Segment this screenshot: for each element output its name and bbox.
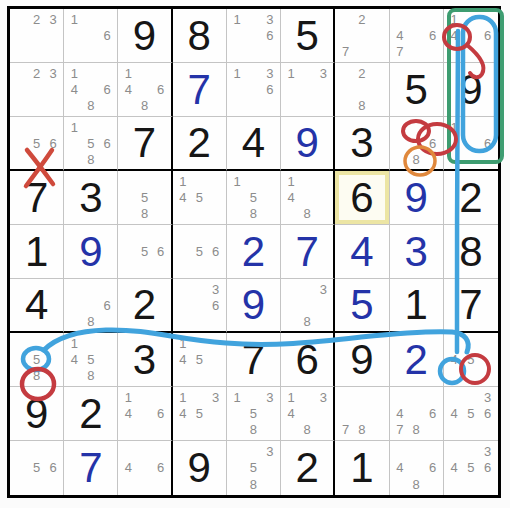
pencil-mark-slot <box>229 44 245 60</box>
pencil-mark-slot <box>207 405 223 421</box>
pencil-mark-slot <box>66 98 82 114</box>
pencil-mark-slot <box>175 313 191 329</box>
pencil-mark-slot <box>424 443 440 460</box>
pencil-mark-slot: 6 <box>99 297 115 313</box>
pencil-mark-slot <box>424 389 440 405</box>
pencil-mark-slot <box>191 297 207 313</box>
pencil-mark-slot <box>337 65 353 81</box>
pencil-mark-slot <box>12 98 28 114</box>
cell-r6c7[interactable]: 5 <box>335 279 389 333</box>
pencil-mark-slot <box>120 206 136 222</box>
pencil-mark-slot <box>191 368 207 384</box>
pencil-mark-slot: 8 <box>408 422 424 438</box>
cell-r3c2[interactable]: 1568 <box>64 117 118 171</box>
cell-r8c3[interactable]: 146 <box>118 387 172 441</box>
pencil-mark-slot <box>137 443 153 460</box>
pencil-mark-slot: 6 <box>99 135 115 151</box>
cell-r2c2[interactable]: 1468 <box>64 63 118 117</box>
cell-r1c2[interactable]: 16 <box>64 9 118 63</box>
pencil-mark-slot <box>463 11 480 27</box>
pencil-mark-slot <box>175 422 191 438</box>
pencil-mark-slot <box>207 189 223 205</box>
pencil-mark-slot <box>446 335 463 351</box>
pencil-mark-slot <box>175 260 191 276</box>
cell-r2c4[interactable]: 7 <box>173 63 227 117</box>
pencil-mark-slot <box>120 422 136 438</box>
pencil-mark-slot <box>229 98 245 114</box>
pencil-marks: 1358 <box>229 389 278 438</box>
cell-r4c6[interactable]: 148 <box>281 171 335 225</box>
pencil-mark-slot <box>262 98 278 114</box>
pencil-mark-slot <box>463 119 480 135</box>
given-digit: 3 <box>350 122 373 164</box>
given-digit: 2 <box>133 284 156 326</box>
pencil-mark-slot <box>137 81 153 97</box>
pencil-mark-slot <box>392 135 408 151</box>
pencil-mark-slot <box>479 351 496 367</box>
pencil-mark-slot <box>28 335 44 351</box>
cell-r9c9[interactable]: 3456 <box>444 441 498 495</box>
pencil-mark-slot <box>354 389 370 405</box>
pencil-mark-slot <box>354 44 370 60</box>
cell-r3c9[interactable]: 16 <box>444 117 498 171</box>
pencil-marks: 16 <box>66 11 115 60</box>
pencil-mark-slot <box>370 81 386 97</box>
pencil-mark-slot: 1 <box>120 65 136 81</box>
pencil-mark-slot <box>315 405 331 421</box>
cell-r3c7[interactable]: 3 <box>335 117 389 171</box>
pencil-marks: 68 <box>392 119 441 167</box>
pencil-mark-slot <box>66 313 82 329</box>
pencil-mark-slot: 6 <box>424 405 440 421</box>
cell-r3c5[interactable]: 4 <box>227 117 281 171</box>
pencil-mark-slot: 5 <box>463 351 480 367</box>
pencil-marks: 56 <box>12 119 61 167</box>
pencil-mark-slot <box>262 476 278 493</box>
cell-r4c4[interactable]: 145 <box>173 171 227 225</box>
pencil-mark-slot: 5 <box>463 405 480 421</box>
cell-r8c9[interactable]: 3456 <box>444 387 498 441</box>
pencil-mark-slot: 6 <box>424 135 440 151</box>
pencil-mark-slot <box>408 119 424 135</box>
cell-r2c3[interactable]: 1468 <box>118 63 172 117</box>
cell-r5c4[interactable]: 56 <box>173 225 227 279</box>
pencil-mark-slot <box>262 173 278 189</box>
pencil-mark-slot <box>229 81 245 97</box>
given-digit: 8 <box>459 231 482 273</box>
cell-r8c8[interactable]: 4678 <box>390 387 444 441</box>
pencil-mark-slot <box>153 443 169 460</box>
pencil-mark-slot <box>337 98 353 114</box>
pencil-mark-slot <box>354 81 370 97</box>
cell-r1c7[interactable]: 27 <box>335 9 389 63</box>
pencil-mark-slot <box>12 351 28 367</box>
cell-r6c3[interactable]: 2 <box>118 279 172 333</box>
pencil-mark-slot <box>424 11 440 27</box>
cell-r7c6[interactable]: 6 <box>281 333 335 387</box>
cell-r1c4[interactable]: 8 <box>173 9 227 63</box>
pencil-mark-slot <box>446 389 463 405</box>
pencil-mark-slot <box>12 460 28 477</box>
pencil-mark-slot <box>137 227 153 243</box>
pencil-mark-slot <box>120 173 136 189</box>
pencil-mark-slot <box>120 189 136 205</box>
pencil-mark-slot <box>392 119 408 135</box>
cell-r9c4[interactable]: 9 <box>173 441 227 495</box>
pencil-mark-slot <box>408 389 424 405</box>
cell-r1c1[interactable]: 23 <box>10 9 64 63</box>
pencil-mark-slot: 4 <box>175 351 191 367</box>
pencil-mark-slot <box>408 135 424 151</box>
cell-r4c9[interactable]: 2 <box>444 171 498 225</box>
pencil-mark-slot <box>12 65 28 81</box>
pencil-mark-slot: 5 <box>137 189 153 205</box>
pencil-mark-slot <box>283 206 299 222</box>
given-digit: 7 <box>133 122 156 164</box>
pencil-mark-slot <box>283 313 299 329</box>
pencil-mark-slot <box>299 98 315 114</box>
cell-r5c9[interactable]: 8 <box>444 225 498 279</box>
pencil-mark-slot <box>28 476 44 493</box>
cell-r7c3[interactable]: 3 <box>118 333 172 387</box>
pencil-mark-slot <box>370 422 386 438</box>
cell-r8c2[interactable]: 2 <box>64 387 118 441</box>
pencil-mark-slot <box>175 206 191 222</box>
cell-r3c1[interactable]: 56 <box>10 117 64 171</box>
cell-r6c6[interactable]: 38 <box>281 279 335 333</box>
pencil-mark-slot: 4 <box>175 189 191 205</box>
pencil-mark-slot <box>207 206 223 222</box>
pencil-mark-slot <box>315 206 331 222</box>
pencil-mark-slot <box>424 476 440 493</box>
pencil-mark-slot <box>120 98 136 114</box>
pencil-mark-slot: 4 <box>120 460 136 477</box>
given-digit: 7 <box>459 284 482 326</box>
pencil-mark-slot <box>83 27 99 43</box>
pencil-mark-slot <box>99 151 115 167</box>
pencil-mark-slot <box>245 44 261 60</box>
cell-r2c1[interactable]: 23 <box>10 63 64 117</box>
cell-r9c5[interactable]: 358 <box>227 441 281 495</box>
pencil-mark-slot <box>12 135 28 151</box>
given-digit: 2 <box>296 447 319 489</box>
pencil-mark-slot <box>175 368 191 384</box>
cell-r1c8[interactable]: 467 <box>390 9 444 63</box>
pencil-mark-slot: 1 <box>229 173 245 189</box>
cell-r4c2[interactable]: 3 <box>64 171 118 225</box>
pencil-mark-slot: 1 <box>66 65 82 81</box>
pencil-mark-slot <box>229 405 245 421</box>
pencil-mark-slot: 1 <box>66 335 82 351</box>
pencil-mark-slot <box>45 476 61 493</box>
pencil-mark-slot: 5 <box>28 135 44 151</box>
cell-r6c2[interactable]: 68 <box>64 279 118 333</box>
pencil-mark-slot <box>120 243 136 259</box>
pencil-mark-slot <box>283 297 299 313</box>
pencil-mark-slot <box>191 227 207 243</box>
cell-r5c8[interactable]: 3 <box>390 225 444 279</box>
cell-r8c4[interactable]: 1345 <box>173 387 227 441</box>
pencil-mark-slot: 8 <box>83 313 99 329</box>
pencil-mark-slot <box>120 260 136 276</box>
pencil-mark-slot: 1 <box>229 11 245 27</box>
cell-r4c8[interactable]: 9 <box>390 171 444 225</box>
pencil-mark-slot <box>83 281 99 297</box>
pencil-mark-slot: 8 <box>299 206 315 222</box>
cell-r6c5[interactable]: 9 <box>227 279 281 333</box>
cell-r9c2[interactable]: 7 <box>64 441 118 495</box>
pencil-mark-slot <box>153 422 169 438</box>
cell-r2c9[interactable]: 9 <box>444 63 498 117</box>
pencil-mark-slot <box>66 151 82 167</box>
pencil-mark-slot <box>245 65 261 81</box>
pencil-mark-slot <box>337 389 353 405</box>
pencil-mark-slot: 1 <box>66 11 82 27</box>
pencil-mark-slot <box>66 281 82 297</box>
pencil-mark-slot <box>229 27 245 43</box>
pencil-mark-slot <box>153 389 169 405</box>
pencil-mark-slot: 6 <box>479 27 496 43</box>
cell-r7c7[interactable]: 9 <box>335 333 389 387</box>
pencil-marks: 23 <box>12 11 61 60</box>
cell-r1c5[interactable]: 136 <box>227 9 281 63</box>
pencil-marks: 36 <box>175 281 224 329</box>
pencil-mark-slot <box>99 44 115 60</box>
cell-r1c3[interactable]: 9 <box>118 9 172 63</box>
pencil-marks: 1345 <box>175 389 224 438</box>
cell-r3c8[interactable]: 68 <box>390 117 444 171</box>
cell-r9c7[interactable]: 1 <box>335 441 389 495</box>
cell-r5c2[interactable]: 9 <box>64 225 118 279</box>
pencil-mark-slot: 1 <box>283 65 299 81</box>
cell-r3c4[interactable]: 2 <box>173 117 227 171</box>
pencil-mark-slot: 5 <box>191 405 207 421</box>
pencil-mark-slot <box>245 98 261 114</box>
cell-r6c4[interactable]: 36 <box>173 279 227 333</box>
pencil-mark-slot <box>153 189 169 205</box>
given-digit: 7 <box>25 177 48 219</box>
pencil-mark-slot <box>153 476 169 493</box>
pencil-mark-slot: 3 <box>262 65 278 81</box>
pencil-mark-slot: 5 <box>245 460 261 477</box>
pencil-mark-slot <box>207 422 223 438</box>
pencil-mark-slot <box>463 135 480 151</box>
pencil-mark-slot: 3 <box>262 389 278 405</box>
pencil-mark-slot <box>191 313 207 329</box>
pencil-mark-slot <box>12 11 28 27</box>
given-digit: 7 <box>242 339 265 381</box>
pencil-mark-slot <box>299 389 315 405</box>
pencil-mark-slot <box>66 27 82 43</box>
cell-r9c6[interactable]: 2 <box>281 441 335 495</box>
cell-r4c5[interactable]: 158 <box>227 171 281 225</box>
pencil-mark-slot: 7 <box>392 422 408 438</box>
pencil-mark-slot <box>315 297 331 313</box>
pencil-mark-slot <box>83 297 99 313</box>
pencil-mark-slot <box>408 27 424 43</box>
pencil-mark-slot <box>446 44 463 60</box>
pencil-mark-slot <box>463 151 480 167</box>
given-digit: 8 <box>188 15 211 57</box>
pencil-mark-slot <box>283 81 299 97</box>
cell-r7c1[interactable]: 58 <box>10 333 64 387</box>
pencil-mark-slot <box>207 260 223 276</box>
given-digit: 4 <box>25 284 48 326</box>
cell-r5c5[interactable]: 2 <box>227 225 281 279</box>
cell-r7c9[interactable]: 45 <box>444 333 498 387</box>
pencil-mark-slot <box>153 173 169 189</box>
cell-r4c1[interactable]: 7 <box>10 171 64 225</box>
pencil-mark-slot <box>392 151 408 167</box>
pencil-mark-slot <box>446 135 463 151</box>
pencil-mark-slot: 1 <box>175 335 191 351</box>
pencil-mark-slot <box>446 151 463 167</box>
pencil-mark-slot <box>83 11 99 27</box>
pencil-mark-slot <box>28 44 44 60</box>
pencil-mark-slot <box>337 27 353 43</box>
pencil-mark-slot <box>12 368 28 384</box>
entered-digit: 9 <box>404 177 427 219</box>
cell-r9c1[interactable]: 56 <box>10 441 64 495</box>
pencil-marks: 3456 <box>446 443 496 493</box>
cell-r9c3[interactable]: 46 <box>118 441 172 495</box>
pencil-mark-slot <box>262 206 278 222</box>
pencil-mark-slot <box>191 389 207 405</box>
cell-r8c7[interactable]: 78 <box>335 387 389 441</box>
pencil-mark-slot <box>153 206 169 222</box>
pencil-mark-slot <box>392 11 408 27</box>
pencil-mark-slot <box>463 389 480 405</box>
cell-r8c1[interactable]: 9 <box>10 387 64 441</box>
cell-r2c7[interactable]: 28 <box>335 63 389 117</box>
pencil-marks: 1568 <box>66 119 115 167</box>
pencil-marks: 146 <box>120 389 168 438</box>
pencil-marks: 158 <box>229 173 278 222</box>
pencil-mark-slot: 5 <box>463 460 480 477</box>
pencil-mark-slot: 8 <box>245 206 261 222</box>
pencil-mark-slot: 6 <box>153 460 169 477</box>
cell-r6c1[interactable]: 4 <box>10 279 64 333</box>
pencil-mark-slot <box>12 119 28 135</box>
cell-r3c3[interactable]: 7 <box>118 117 172 171</box>
pencil-mark-slot <box>45 443 61 460</box>
pencil-mark-slot <box>207 227 223 243</box>
cell-r7c5[interactable]: 7 <box>227 333 281 387</box>
pencil-mark-slot <box>120 476 136 493</box>
cell-r6c8[interactable]: 1 <box>390 279 444 333</box>
pencil-mark-slot <box>120 443 136 460</box>
cell-r5c7[interactable]: 4 <box>335 225 389 279</box>
pencil-mark-slot: 6 <box>479 460 496 477</box>
pencil-mark-slot <box>245 27 261 43</box>
pencil-mark-slot: 4 <box>66 351 82 367</box>
pencil-mark-slot <box>153 260 169 276</box>
pencil-mark-slot: 7 <box>337 422 353 438</box>
pencil-mark-slot <box>245 11 261 27</box>
pencil-mark-slot <box>229 476 245 493</box>
entered-digit: 4 <box>350 231 373 273</box>
pencil-mark-slot <box>446 422 463 438</box>
pencil-mark-slot: 8 <box>245 422 261 438</box>
pencil-mark-slot <box>12 476 28 493</box>
cell-r1c9[interactable]: 146 <box>444 9 498 63</box>
pencil-mark-slot <box>66 135 82 151</box>
cell-r4c7[interactable]: 6 <box>335 171 389 225</box>
cell-r5c6[interactable]: 7 <box>281 225 335 279</box>
cell-r4c3[interactable]: 58 <box>118 171 172 225</box>
pencil-mark-slot: 8 <box>354 422 370 438</box>
cell-r1c6[interactable]: 5 <box>281 9 335 63</box>
cell-r6c9[interactable]: 7 <box>444 279 498 333</box>
pencil-marks: 45 <box>446 335 496 384</box>
cell-r2c5[interactable]: 136 <box>227 63 281 117</box>
pencil-mark-slot: 3 <box>207 281 223 297</box>
pencil-mark-slot <box>137 476 153 493</box>
cell-r8c6[interactable]: 1348 <box>281 387 335 441</box>
pencil-marks: 58 <box>120 173 168 222</box>
cell-r2c8[interactable]: 5 <box>390 63 444 117</box>
pencil-mark-slot <box>66 368 82 384</box>
pencil-mark-slot <box>479 368 496 384</box>
pencil-mark-slot <box>153 65 169 81</box>
pencil-mark-slot <box>191 281 207 297</box>
cell-r2c6[interactable]: 13 <box>281 63 335 117</box>
pencil-mark-slot: 3 <box>45 11 61 27</box>
pencil-mark-slot: 6 <box>424 27 440 43</box>
pencil-marks: 13 <box>283 65 331 114</box>
pencil-mark-slot: 4 <box>175 405 191 421</box>
cell-r3c6[interactable]: 9 <box>281 117 335 171</box>
pencil-mark-slot <box>262 189 278 205</box>
pencil-mark-slot: 3 <box>479 389 496 405</box>
pencil-mark-slot: 6 <box>99 81 115 97</box>
pencil-mark-slot <box>283 98 299 114</box>
pencil-mark-slot <box>45 368 61 384</box>
pencil-mark-slot <box>12 151 28 167</box>
pencil-mark-slot <box>99 313 115 329</box>
pencil-marks: 468 <box>392 443 441 493</box>
pencil-mark-slot: 8 <box>28 368 44 384</box>
cell-r9c8[interactable]: 468 <box>390 441 444 495</box>
pencil-mark-slot <box>175 281 191 297</box>
pencil-mark-slot: 4 <box>392 27 408 43</box>
pencil-mark-slot: 1 <box>120 389 136 405</box>
pencil-mark-slot <box>12 27 28 43</box>
cell-r5c1[interactable]: 1 <box>10 225 64 279</box>
cell-r7c4[interactable]: 145 <box>173 333 227 387</box>
pencil-mark-slot <box>315 173 331 189</box>
pencil-mark-slot <box>315 81 331 97</box>
pencil-mark-slot <box>12 443 28 460</box>
pencil-mark-slot <box>479 335 496 351</box>
pencil-marks: 1468 <box>66 65 115 114</box>
pencil-mark-slot: 4 <box>66 81 82 97</box>
pencil-mark-slot <box>479 476 496 493</box>
pencil-mark-slot: 6 <box>153 81 169 97</box>
pencil-mark-slot <box>191 173 207 189</box>
pencil-mark-slot <box>137 389 153 405</box>
pencil-mark-slot <box>83 119 99 135</box>
cell-r7c2[interactable]: 1458 <box>64 333 118 387</box>
cell-r7c8[interactable]: 2 <box>390 333 444 387</box>
pencil-mark-slot <box>207 313 223 329</box>
pencil-mark-slot: 1 <box>446 11 463 27</box>
pencil-mark-slot: 6 <box>207 297 223 313</box>
pencil-marks: 358 <box>229 443 278 493</box>
cell-r8c5[interactable]: 1358 <box>227 387 281 441</box>
pencil-mark-slot <box>299 173 315 189</box>
cell-r5c3[interactable]: 56 <box>118 225 172 279</box>
